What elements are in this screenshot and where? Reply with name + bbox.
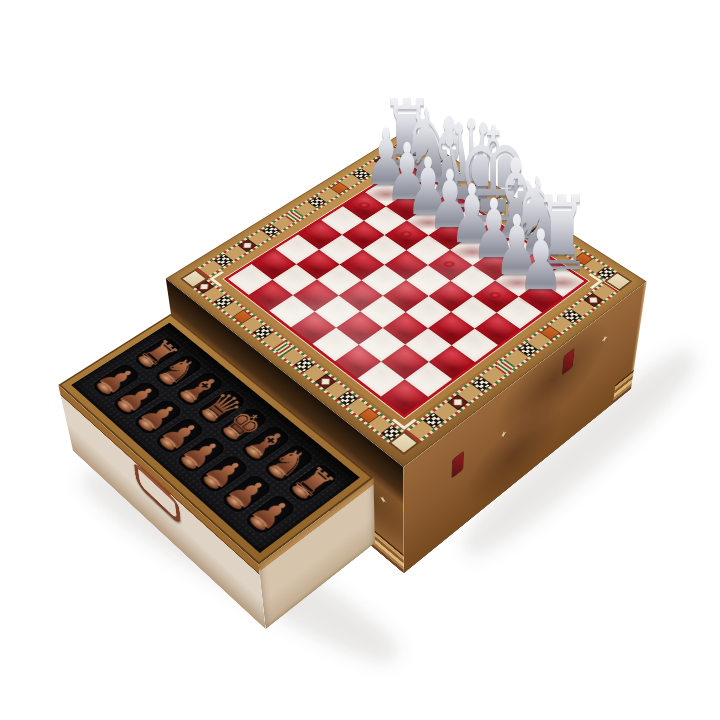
square-b1[interactable]: [248, 279, 293, 311]
mosaic-corner-block: [388, 431, 419, 455]
copper-p-stored: ♟: [154, 415, 206, 454]
copper-p-stored: ♟: [133, 397, 185, 436]
copper-p-stored: ♟: [92, 362, 143, 399]
square-g6[interactable]: [473, 281, 518, 313]
mosaic-motif-checker: [294, 357, 315, 372]
mosaic-motif-stripes: [285, 210, 304, 223]
drawer-slot-r1c0[interactable]: ♟: [90, 362, 143, 399]
copper-p-stored: ♟: [176, 434, 229, 474]
chess-set-photo: ✦ ✦ ✦ ♜♞♝♛♚♝♞♜♟♟♟♟♟♟♟♟: [0, 0, 720, 720]
mosaic-motif-diamond: [583, 293, 603, 307]
square-g2[interactable]: [382, 344, 429, 378]
piece-base-rings: [248, 515, 268, 532]
mosaic-motif-checker: [552, 238, 571, 251]
mosaic-motif-checker: [428, 159, 446, 171]
mosaic-motif-diamond: [447, 394, 468, 410]
base-molding: [613, 370, 634, 404]
piece-base-rings: [136, 417, 155, 432]
mosaic-motif-checker: [213, 295, 233, 309]
drawer-slot-r1c6[interactable]: ♟: [219, 473, 274, 516]
piece-base-rings: [222, 426, 241, 441]
mosaic-motif-checker: [381, 425, 403, 442]
mosaic-motif-orange: [330, 182, 349, 194]
piece-base-rings: [157, 436, 176, 452]
mosaic-motif-checker: [352, 169, 370, 181]
copper-p-stored: ♟: [198, 453, 251, 494]
piece-base-rings: [179, 455, 199, 471]
drawer-slot-r0c0[interactable]: ♜: [132, 336, 183, 372]
mosaic-motif-checker: [517, 342, 538, 357]
square-h4[interactable]: [452, 328, 498, 362]
mosaic-motif-stripes: [488, 197, 507, 209]
copper-q-stored: ♛: [196, 387, 247, 425]
square-e2[interactable]: [337, 311, 383, 344]
mosaic-motif-diamond: [374, 155, 392, 167]
mosaic-motif-orange: [358, 408, 380, 424]
drawer-slot-r0c5[interactable]: ♝: [239, 424, 293, 464]
drawer-slot-r0c7[interactable]: ♜: [285, 462, 340, 504]
square-h1[interactable]: [381, 379, 429, 415]
mosaic-motif-checker: [214, 254, 234, 267]
square-e1[interactable]: [312, 327, 358, 361]
square-f3[interactable]: [382, 312, 428, 345]
drawer-slot-r0c4[interactable]: ♚: [217, 405, 270, 444]
square-e4[interactable]: [383, 280, 428, 312]
square-d2[interactable]: [315, 295, 360, 327]
sparkle-inlay-icon: ✦: [498, 426, 509, 442]
drawer-slot-r0c6[interactable]: ♞: [262, 443, 316, 484]
mosaic-motif-checker: [308, 196, 327, 208]
mosaic-motif-checker: [423, 412, 445, 428]
piece-base-rings: [157, 372, 175, 386]
square-c2[interactable]: [293, 279, 338, 311]
square-h6[interactable]: [497, 296, 542, 328]
piece-base-rings: [201, 475, 221, 491]
square-g5[interactable]: [451, 296, 496, 328]
mosaic-motif-diamond: [194, 280, 214, 294]
red-inlay: [452, 452, 463, 478]
piece-base-rings: [267, 464, 287, 480]
copper-r-stored: ♜: [286, 462, 339, 504]
square-g1[interactable]: [357, 361, 404, 396]
sparkle-inlay-icon: ✦: [599, 331, 610, 346]
mosaic-motif-checker: [253, 325, 273, 340]
square-f2[interactable]: [359, 328, 405, 362]
square-g3[interactable]: [405, 328, 451, 362]
mosaic-motif-checker: [261, 224, 280, 237]
sparkle-inlay-icon: ✦: [379, 491, 387, 508]
drawer-slot-r1c4[interactable]: ♟: [174, 434, 228, 475]
mosaic-motif-checker: [468, 184, 487, 196]
mosaic-motif-checker: [509, 211, 528, 224]
piece-base-rings: [95, 381, 113, 396]
corner-chevron-icon: [392, 411, 417, 430]
copper-p-stored: ♟: [221, 473, 275, 515]
drawer-slot-r1c1[interactable]: ♟: [110, 379, 163, 417]
square-h2[interactable]: [405, 362, 452, 397]
square-d1[interactable]: [291, 311, 337, 344]
piece-base-rings: [115, 399, 134, 414]
copper-n-stored: ♞: [263, 443, 316, 484]
piece-base-rings: [224, 495, 244, 512]
square-f4[interactable]: [406, 296, 451, 328]
square-g4[interactable]: [428, 312, 474, 345]
mosaic-motif-diamond: [315, 374, 336, 390]
mosaic-motif-orange: [574, 252, 594, 265]
square-d3[interactable]: [338, 280, 383, 312]
piece-base-rings: [290, 484, 310, 500]
copper-b-stored: ♝: [175, 370, 226, 407]
mosaic-motif-diamond: [530, 224, 549, 237]
square-h5[interactable]: [474, 312, 520, 345]
drawer-slot-r0c1[interactable]: ♞: [153, 353, 205, 390]
square-e3[interactable]: [360, 295, 405, 327]
perspective-stage: ✦ ✦ ✦ ♜♞♝♛♚♝♞♜♟♟♟♟♟♟♟♟: [0, 0, 720, 720]
drawer-slot-r1c2[interactable]: ♟: [131, 397, 184, 436]
mosaic-motif-checker: [562, 309, 582, 323]
mosaic-motif-stripes: [273, 341, 294, 356]
mosaic-motif-orange: [448, 171, 466, 183]
square-f5[interactable]: [428, 280, 473, 312]
square-h7[interactable]: [518, 281, 563, 313]
copper-b-stored: ♝: [240, 424, 292, 464]
drawer-slot-r0c2[interactable]: ♝: [174, 370, 226, 408]
copper-p-stored: ♟: [244, 493, 299, 536]
copper-r-stored: ♜: [134, 336, 184, 372]
red-inlay: [563, 349, 574, 375]
drawer-slot-r1c5[interactable]: ♟: [196, 453, 251, 495]
copper-k-stored: ♚: [218, 405, 270, 444]
mosaic-motif-orange: [233, 310, 253, 324]
drawer-slot-r1c3[interactable]: ♟: [152, 415, 206, 455]
mosaic-motif-stripes: [495, 359, 516, 374]
drawer-slot-r0c3[interactable]: ♛: [195, 387, 248, 426]
drawer-slot-r1c7[interactable]: ♟: [243, 493, 299, 537]
mosaic-motif-orange: [540, 325, 560, 340]
copper-n-stored: ♞: [154, 353, 204, 390]
piece-base-rings: [200, 407, 219, 422]
square-h3[interactable]: [428, 345, 475, 379]
mosaic-motif-checker: [336, 390, 357, 406]
mosaic-motif-checker: [471, 376, 492, 392]
piece-base-rings: [244, 445, 264, 461]
piece-base-rings: [178, 389, 197, 404]
piece-base-rings: [137, 354, 155, 368]
copper-p-stored: ♟: [112, 379, 163, 417]
square-c1[interactable]: [269, 295, 314, 327]
square-f1[interactable]: [335, 344, 382, 378]
mosaic-motif-diamond: [238, 239, 257, 252]
